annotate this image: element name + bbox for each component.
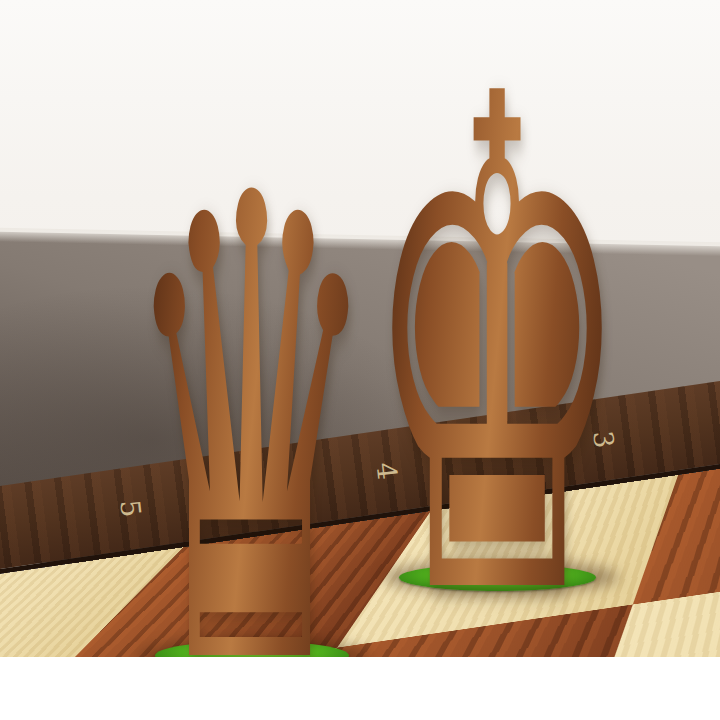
chess-product-photo: 5 4 3 [0,0,720,720]
queen-piece: ♛ [122,114,380,657]
king-piece: ♚ [363,10,631,657]
photo-area: 5 4 3 [0,0,720,657]
white-margin [0,657,720,720]
